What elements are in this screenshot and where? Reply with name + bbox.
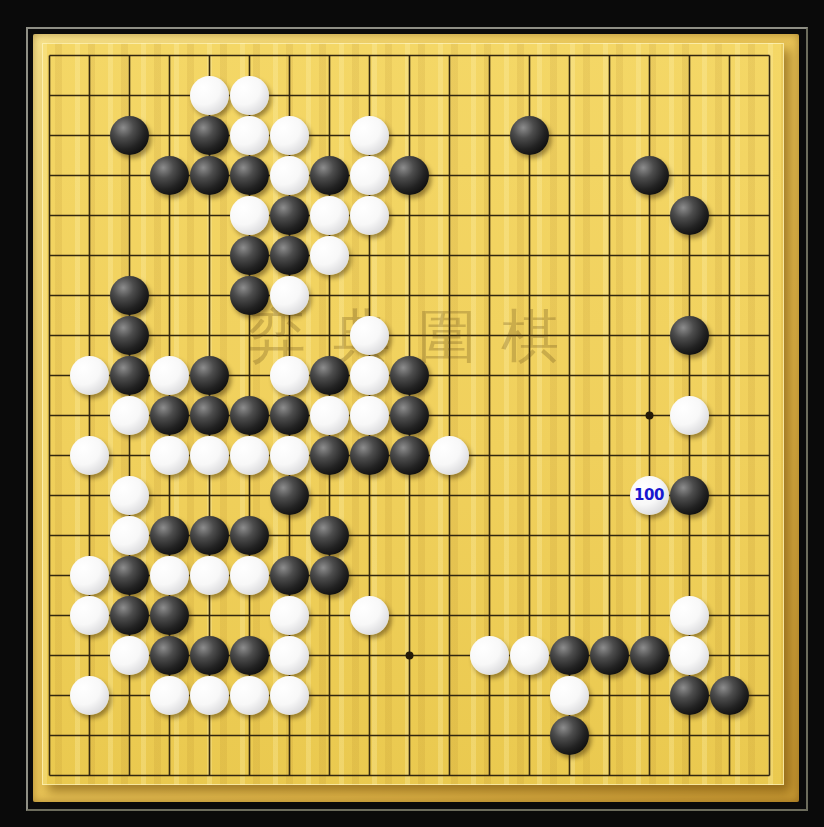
black-stone[interactable] [550, 716, 589, 755]
black-stone[interactable] [630, 156, 669, 195]
white-stone[interactable] [270, 636, 309, 675]
white-stone[interactable] [470, 636, 509, 675]
black-stone[interactable] [230, 236, 269, 275]
black-stone[interactable] [150, 516, 189, 555]
black-stone[interactable] [190, 516, 229, 555]
black-stone[interactable] [230, 396, 269, 435]
black-stone[interactable] [190, 116, 229, 155]
white-stone[interactable] [350, 156, 389, 195]
white-stone[interactable] [670, 636, 709, 675]
white-stone[interactable] [190, 556, 229, 595]
black-stone[interactable] [110, 316, 149, 355]
white-stone[interactable] [310, 196, 349, 235]
white-stone[interactable] [550, 676, 589, 715]
black-stone[interactable] [190, 356, 229, 395]
white-stone[interactable] [310, 236, 349, 275]
white-stone[interactable] [230, 556, 269, 595]
black-stone[interactable] [350, 436, 389, 475]
black-stone[interactable] [270, 236, 309, 275]
black-stone[interactable] [310, 156, 349, 195]
black-stone[interactable] [270, 476, 309, 515]
black-stone[interactable] [150, 596, 189, 635]
black-stone[interactable] [310, 556, 349, 595]
black-stone[interactable] [670, 316, 709, 355]
white-stone[interactable] [190, 676, 229, 715]
black-stone[interactable] [550, 636, 589, 675]
white-stone[interactable] [230, 196, 269, 235]
black-stone[interactable] [110, 356, 149, 395]
white-stone[interactable] [150, 676, 189, 715]
white-stone[interactable] [270, 676, 309, 715]
white-stone[interactable] [350, 196, 389, 235]
black-stone[interactable] [110, 276, 149, 315]
black-stone[interactable] [190, 396, 229, 435]
black-stone[interactable] [110, 116, 149, 155]
go-app-screen: 弈典圍棋 100 [0, 0, 824, 827]
white-stone[interactable] [270, 156, 309, 195]
white-stone[interactable] [350, 596, 389, 635]
black-stone[interactable] [230, 516, 269, 555]
white-stone[interactable] [150, 556, 189, 595]
white-stone[interactable] [70, 436, 109, 475]
white-stone[interactable] [70, 676, 109, 715]
black-stone[interactable] [670, 676, 709, 715]
white-stone[interactable] [150, 356, 189, 395]
white-stone[interactable] [150, 436, 189, 475]
black-stone[interactable] [590, 636, 629, 675]
white-stone[interactable] [270, 436, 309, 475]
white-stone[interactable] [350, 356, 389, 395]
white-stone[interactable] [670, 596, 709, 635]
black-stone[interactable] [390, 396, 429, 435]
black-stone[interactable] [390, 156, 429, 195]
white-stone[interactable] [350, 316, 389, 355]
white-stone[interactable] [270, 356, 309, 395]
white-stone[interactable] [70, 556, 109, 595]
white-stone[interactable] [270, 276, 309, 315]
white-stone[interactable] [70, 356, 109, 395]
black-stone[interactable] [110, 556, 149, 595]
black-stone[interactable] [190, 636, 229, 675]
white-stone[interactable] [350, 116, 389, 155]
black-stone[interactable] [270, 196, 309, 235]
move-number-label: 100 [630, 476, 669, 515]
black-stone[interactable] [630, 636, 669, 675]
black-stone[interactable] [310, 516, 349, 555]
black-stone[interactable] [110, 596, 149, 635]
white-stone[interactable] [110, 396, 149, 435]
white-stone[interactable]: 100 [630, 476, 669, 515]
white-stone[interactable] [350, 396, 389, 435]
black-stone[interactable] [510, 116, 549, 155]
black-stone[interactable] [710, 676, 749, 715]
black-stone[interactable] [230, 156, 269, 195]
black-stone[interactable] [270, 396, 309, 435]
black-stone[interactable] [310, 436, 349, 475]
white-stone[interactable] [310, 396, 349, 435]
white-stone[interactable] [510, 636, 549, 675]
white-stone[interactable] [430, 436, 469, 475]
white-stone[interactable] [670, 396, 709, 435]
white-stone[interactable] [230, 676, 269, 715]
black-stone[interactable] [670, 196, 709, 235]
white-stone[interactable] [230, 436, 269, 475]
white-stone[interactable] [190, 76, 229, 115]
white-stone[interactable] [230, 116, 269, 155]
white-stone[interactable] [110, 476, 149, 515]
black-stone[interactable] [670, 476, 709, 515]
white-stone[interactable] [270, 116, 309, 155]
white-stone[interactable] [70, 596, 109, 635]
black-stone[interactable] [310, 356, 349, 395]
white-stone[interactable] [270, 596, 309, 635]
black-stone[interactable] [150, 396, 189, 435]
black-stone[interactable] [150, 636, 189, 675]
black-stone[interactable] [150, 156, 189, 195]
black-stone[interactable] [390, 356, 429, 395]
white-stone[interactable] [110, 516, 149, 555]
black-stone[interactable] [270, 556, 309, 595]
black-stone[interactable] [390, 436, 429, 475]
white-stone[interactable] [230, 76, 269, 115]
white-stone[interactable] [110, 636, 149, 675]
black-stone[interactable] [230, 636, 269, 675]
black-stone[interactable] [190, 156, 229, 195]
black-stone[interactable] [230, 276, 269, 315]
white-stone[interactable] [190, 436, 229, 475]
